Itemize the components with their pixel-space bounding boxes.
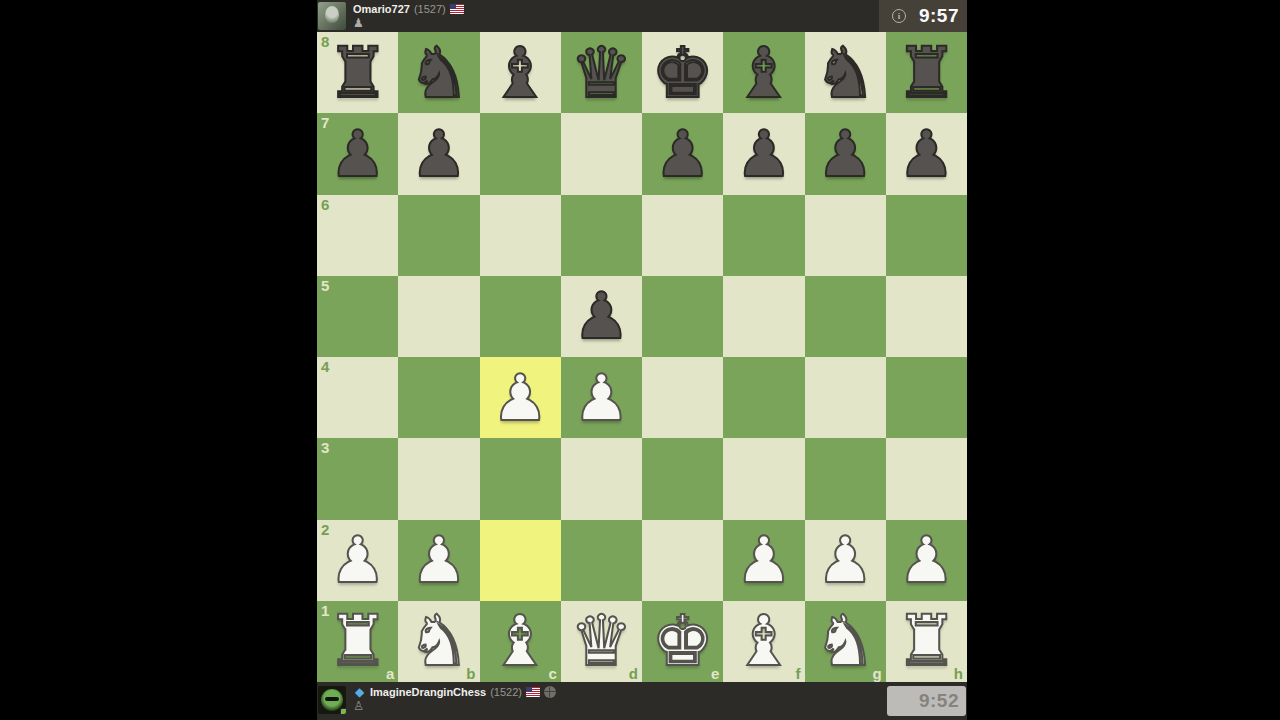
- white-pawn[interactable]: ♟: [491, 366, 548, 430]
- square-f1[interactable]: f♝: [723, 601, 804, 682]
- white-knight[interactable]: ♞: [814, 606, 877, 676]
- player-name-top[interactable]: Omario727: [353, 3, 410, 15]
- square-c3[interactable]: [480, 438, 561, 519]
- rank-label-2: 2: [321, 521, 329, 538]
- square-h3[interactable]: [886, 438, 967, 519]
- white-pawn[interactable]: ♟: [329, 528, 386, 592]
- square-c5[interactable]: [480, 276, 561, 357]
- square-b2[interactable]: ♟: [398, 520, 479, 601]
- black-pawn[interactable]: ♟: [573, 284, 630, 348]
- avatar-bottom[interactable]: [318, 686, 346, 714]
- square-g7[interactable]: ♟: [805, 113, 886, 194]
- black-pawn[interactable]: ♟: [898, 122, 955, 186]
- us-flag-icon: [526, 687, 540, 697]
- square-d1[interactable]: d♛: [561, 601, 642, 682]
- file-label-g: g: [873, 665, 882, 682]
- square-b5[interactable]: [398, 276, 479, 357]
- square-g2[interactable]: ♟: [805, 520, 886, 601]
- rank-label-3: 3: [321, 439, 329, 456]
- avatar-top[interactable]: [318, 2, 346, 30]
- white-king[interactable]: ♚: [651, 606, 714, 676]
- square-h2[interactable]: ♟: [886, 520, 967, 601]
- file-label-d: d: [629, 665, 638, 682]
- black-knight[interactable]: ♞: [407, 38, 470, 108]
- square-g4[interactable]: [805, 357, 886, 438]
- black-rook[interactable]: ♜: [895, 38, 958, 108]
- avatar-top-photo: [318, 2, 346, 30]
- square-f7[interactable]: ♟: [723, 113, 804, 194]
- square-h1[interactable]: h♜: [886, 601, 967, 682]
- top-player-bar: Omario727 (1527) ♟ i 9:57: [317, 0, 967, 32]
- square-g8[interactable]: ♞: [805, 32, 886, 113]
- white-pawn[interactable]: ♟: [898, 528, 955, 592]
- captured-pieces-top: ♟: [353, 16, 464, 30]
- globe-icon: [544, 686, 556, 698]
- black-rook[interactable]: ♜: [326, 38, 389, 108]
- square-h5[interactable]: [886, 276, 967, 357]
- us-flag-icon: [450, 4, 464, 14]
- square-f2[interactable]: ♟: [723, 520, 804, 601]
- square-b8[interactable]: ♞: [398, 32, 479, 113]
- square-f5[interactable]: [723, 276, 804, 357]
- black-king[interactable]: ♚: [651, 38, 714, 108]
- captured-white-pawn-icon: ♟: [353, 17, 364, 29]
- square-c4[interactable]: ♟: [480, 357, 561, 438]
- white-rook[interactable]: ♜: [895, 606, 958, 676]
- captured-black-pawn-icon: ♙: [353, 700, 364, 712]
- rank-label-7: 7: [321, 114, 329, 131]
- black-pawn[interactable]: ♟: [816, 122, 873, 186]
- square-b4[interactable]: [398, 357, 479, 438]
- white-rook[interactable]: ♜: [326, 606, 389, 676]
- clock-top: 9:57: [919, 5, 959, 27]
- square-c6[interactable]: [480, 195, 561, 276]
- file-label-b: b: [466, 665, 475, 682]
- square-g1[interactable]: g♞: [805, 601, 886, 682]
- file-label-c: c: [548, 665, 556, 682]
- square-c1[interactable]: c♝: [480, 601, 561, 682]
- file-label-f: f: [796, 665, 801, 682]
- square-e3[interactable]: [642, 438, 723, 519]
- black-pawn[interactable]: ♟: [735, 122, 792, 186]
- white-pawn[interactable]: ♟: [735, 528, 792, 592]
- white-bishop[interactable]: ♝: [489, 606, 552, 676]
- square-a8[interactable]: 8♜: [317, 32, 398, 113]
- black-knight[interactable]: ♞: [814, 38, 877, 108]
- square-a1[interactable]: 1a♜: [317, 601, 398, 682]
- file-label-h: h: [954, 665, 963, 682]
- white-pawn[interactable]: ♟: [573, 366, 630, 430]
- rank-label-6: 6: [321, 196, 329, 213]
- white-pawn[interactable]: ♟: [410, 528, 467, 592]
- square-f8[interactable]: ♝: [723, 32, 804, 113]
- white-queen[interactable]: ♛: [570, 606, 633, 676]
- square-b7[interactable]: ♟: [398, 113, 479, 194]
- square-a4[interactable]: 4: [317, 357, 398, 438]
- black-pawn[interactable]: ♟: [329, 122, 386, 186]
- rank-label-4: 4: [321, 358, 329, 375]
- square-h4[interactable]: [886, 357, 967, 438]
- square-e6[interactable]: [642, 195, 723, 276]
- player-rating-top: (1527): [414, 3, 446, 15]
- bottom-player-bar: ◆ ImagineDranginChess (1522) ♙ 9:52: [317, 682, 967, 720]
- rank-label-5: 5: [321, 277, 329, 294]
- square-c7[interactable]: [480, 113, 561, 194]
- square-a7[interactable]: 7♟: [317, 113, 398, 194]
- game-column: Omario727 (1527) ♟ i 9:57 8♜♞♝♛♚♝♞♜7♟♟♟♟…: [317, 0, 967, 720]
- clock-bottom: 9:52: [919, 690, 959, 712]
- square-e5[interactable]: [642, 276, 723, 357]
- square-f6[interactable]: [723, 195, 804, 276]
- player-name-bottom[interactable]: ImagineDranginChess: [370, 686, 486, 698]
- square-a5[interactable]: 5: [317, 276, 398, 357]
- player-rating-bottom: (1522): [490, 686, 522, 698]
- chess-board: 8♜♞♝♛♚♝♞♜7♟♟♟♟♟♟65♟4♟♟32♟♟♟♟♟1a♜b♞c♝d♛e♚…: [317, 32, 967, 682]
- square-d2[interactable]: [561, 520, 642, 601]
- square-a2[interactable]: 2♟: [317, 520, 398, 601]
- black-pawn[interactable]: ♟: [410, 122, 467, 186]
- file-label-a: a: [386, 665, 394, 682]
- square-d4[interactable]: ♟: [561, 357, 642, 438]
- square-d3[interactable]: [561, 438, 642, 519]
- square-e7[interactable]: ♟: [642, 113, 723, 194]
- top-clock-panel: i 9:57: [879, 0, 967, 32]
- square-d5[interactable]: ♟: [561, 276, 642, 357]
- square-e4[interactable]: [642, 357, 723, 438]
- square-c2[interactable]: [480, 520, 561, 601]
- square-f4[interactable]: [723, 357, 804, 438]
- rank-label-8: 8: [321, 33, 329, 50]
- rank-label-1: 1: [321, 602, 329, 619]
- square-h6[interactable]: [886, 195, 967, 276]
- white-knight[interactable]: ♞: [407, 606, 470, 676]
- square-b1[interactable]: b♞: [398, 601, 479, 682]
- square-g5[interactable]: [805, 276, 886, 357]
- info-icon[interactable]: i: [892, 9, 906, 23]
- square-c8[interactable]: ♝: [480, 32, 561, 113]
- square-d6[interactable]: [561, 195, 642, 276]
- white-bishop[interactable]: ♝: [732, 606, 795, 676]
- square-e1[interactable]: e♚: [642, 601, 723, 682]
- square-a6[interactable]: 6: [317, 195, 398, 276]
- square-e2[interactable]: [642, 520, 723, 601]
- square-d7[interactable]: [561, 113, 642, 194]
- square-g6[interactable]: [805, 195, 886, 276]
- captured-pieces-bottom: ♙: [353, 699, 556, 713]
- black-bishop[interactable]: ♝: [489, 38, 552, 108]
- online-status-dot: [340, 708, 346, 714]
- square-d8[interactable]: ♛: [561, 32, 642, 113]
- square-h8[interactable]: ♜: [886, 32, 967, 113]
- file-label-e: e: [711, 665, 719, 682]
- diamond-member-icon: ◆: [353, 685, 366, 698]
- square-h7[interactable]: ♟: [886, 113, 967, 194]
- square-e8[interactable]: ♚: [642, 32, 723, 113]
- square-b6[interactable]: [398, 195, 479, 276]
- black-bishop[interactable]: ♝: [732, 38, 795, 108]
- square-f3[interactable]: [723, 438, 804, 519]
- bottom-clock-box: 9:52: [887, 686, 966, 716]
- square-b3[interactable]: [398, 438, 479, 519]
- white-pawn[interactable]: ♟: [816, 528, 873, 592]
- square-a3[interactable]: 3: [317, 438, 398, 519]
- black-queen[interactable]: ♛: [570, 38, 633, 108]
- square-g3[interactable]: [805, 438, 886, 519]
- black-pawn[interactable]: ♟: [654, 122, 711, 186]
